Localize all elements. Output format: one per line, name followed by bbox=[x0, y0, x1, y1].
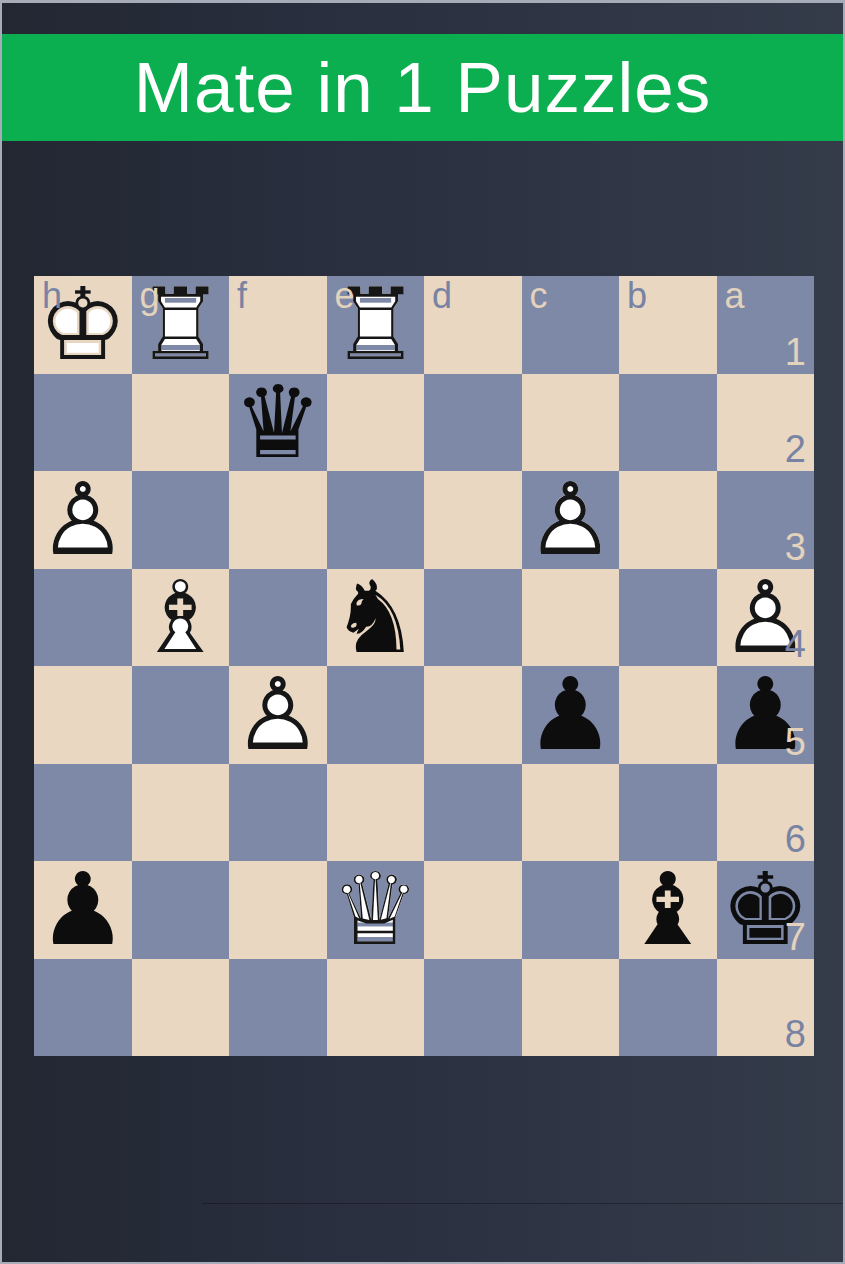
rank-label-3: 3 bbox=[785, 528, 806, 568]
square-e5[interactable] bbox=[327, 666, 425, 764]
square-f7[interactable] bbox=[229, 861, 327, 959]
square-c2[interactable] bbox=[522, 374, 620, 472]
white-pawn-piece-fill: ♟ bbox=[522, 471, 620, 569]
square-b6[interactable] bbox=[619, 764, 717, 862]
square-e3[interactable] bbox=[327, 471, 425, 569]
square-h1[interactable]: ♚♔h bbox=[34, 276, 132, 374]
rank-label-7: 7 bbox=[785, 918, 806, 958]
square-c6[interactable] bbox=[522, 764, 620, 862]
square-a4[interactable]: ♟♙4 bbox=[717, 569, 815, 667]
square-a5[interactable]: ♟5 bbox=[717, 666, 815, 764]
square-a3[interactable]: 3 bbox=[717, 471, 815, 569]
black-queen-piece: ♛ bbox=[229, 374, 327, 472]
square-b8[interactable] bbox=[619, 959, 717, 1057]
black-bishop-piece: ♝ bbox=[619, 861, 717, 959]
square-h3[interactable]: ♟♙ bbox=[34, 471, 132, 569]
rank-label-8: 8 bbox=[785, 1015, 806, 1055]
rank-label-2: 2 bbox=[785, 430, 806, 470]
square-f8[interactable] bbox=[229, 959, 327, 1057]
square-a6[interactable]: 6 bbox=[717, 764, 815, 862]
square-h4[interactable] bbox=[34, 569, 132, 667]
square-b2[interactable] bbox=[619, 374, 717, 472]
square-a7[interactable]: ♚7 bbox=[717, 861, 815, 959]
square-e6[interactable] bbox=[327, 764, 425, 862]
square-d7[interactable] bbox=[424, 861, 522, 959]
rank-label-5: 5 bbox=[785, 723, 806, 763]
square-d4[interactable] bbox=[424, 569, 522, 667]
square-f6[interactable] bbox=[229, 764, 327, 862]
square-c3[interactable]: ♟♙ bbox=[522, 471, 620, 569]
footer-divider bbox=[202, 1203, 843, 1204]
square-e7[interactable]: ♛♕ bbox=[327, 861, 425, 959]
square-g3[interactable] bbox=[132, 471, 230, 569]
square-g2[interactable] bbox=[132, 374, 230, 472]
square-g7[interactable] bbox=[132, 861, 230, 959]
square-f1[interactable]: f bbox=[229, 276, 327, 374]
white-pawn-piece-fill: ♟ bbox=[229, 666, 327, 764]
white-bishop-piece: ♗ bbox=[132, 569, 230, 667]
file-label-f: f bbox=[237, 277, 247, 315]
app-screen: Mate in 1 Puzzles ♚♔h♜♖gf♜♖edcba1♛2♟♙♟♙3… bbox=[0, 0, 845, 1264]
square-f4[interactable] bbox=[229, 569, 327, 667]
square-c8[interactable] bbox=[522, 959, 620, 1057]
square-f5[interactable]: ♟♙ bbox=[229, 666, 327, 764]
square-a2[interactable]: 2 bbox=[717, 374, 815, 472]
square-h6[interactable] bbox=[34, 764, 132, 862]
file-label-g: g bbox=[140, 277, 160, 315]
square-e2[interactable] bbox=[327, 374, 425, 472]
white-queen-piece: ♕ bbox=[327, 861, 425, 959]
rank-label-1: 1 bbox=[785, 333, 806, 373]
square-h7[interactable]: ♟ bbox=[34, 861, 132, 959]
square-c1[interactable]: c bbox=[522, 276, 620, 374]
square-g1[interactable]: ♜♖g bbox=[132, 276, 230, 374]
file-label-h: h bbox=[42, 277, 62, 315]
white-bishop-piece-fill: ♝ bbox=[132, 569, 230, 667]
square-b1[interactable]: b bbox=[619, 276, 717, 374]
square-f2[interactable]: ♛ bbox=[229, 374, 327, 472]
black-pawn-piece: ♟ bbox=[34, 861, 132, 959]
square-d6[interactable] bbox=[424, 764, 522, 862]
white-pawn-piece-fill: ♟ bbox=[34, 471, 132, 569]
rank-label-6: 6 bbox=[785, 820, 806, 860]
square-g4[interactable]: ♝♗ bbox=[132, 569, 230, 667]
page-title: Mate in 1 Puzzles bbox=[134, 47, 711, 128]
black-knight-piece: ♞ bbox=[327, 569, 425, 667]
file-label-b: b bbox=[627, 277, 647, 315]
file-label-a: a bbox=[725, 277, 745, 315]
square-b4[interactable] bbox=[619, 569, 717, 667]
square-a8[interactable]: 8 bbox=[717, 959, 815, 1057]
white-pawn-piece: ♙ bbox=[522, 471, 620, 569]
square-h2[interactable] bbox=[34, 374, 132, 472]
square-c4[interactable] bbox=[522, 569, 620, 667]
square-b5[interactable] bbox=[619, 666, 717, 764]
black-pawn-piece: ♟ bbox=[522, 666, 620, 764]
square-d5[interactable] bbox=[424, 666, 522, 764]
square-e1[interactable]: ♜♖e bbox=[327, 276, 425, 374]
square-d8[interactable] bbox=[424, 959, 522, 1057]
square-g8[interactable] bbox=[132, 959, 230, 1057]
square-a1[interactable]: a1 bbox=[717, 276, 815, 374]
square-h8[interactable] bbox=[34, 959, 132, 1057]
rank-label-4: 4 bbox=[785, 625, 806, 665]
white-queen-piece-fill: ♛ bbox=[327, 861, 425, 959]
square-c5[interactable]: ♟ bbox=[522, 666, 620, 764]
square-d3[interactable] bbox=[424, 471, 522, 569]
square-c7[interactable] bbox=[522, 861, 620, 959]
square-g5[interactable] bbox=[132, 666, 230, 764]
square-f3[interactable] bbox=[229, 471, 327, 569]
square-d1[interactable]: d bbox=[424, 276, 522, 374]
file-label-d: d bbox=[432, 277, 452, 315]
square-b7[interactable]: ♝ bbox=[619, 861, 717, 959]
square-b3[interactable] bbox=[619, 471, 717, 569]
white-pawn-piece: ♙ bbox=[34, 471, 132, 569]
chess-board: ♚♔h♜♖gf♜♖edcba1♛2♟♙♟♙3♝♗♞♟♙4♟♙♟♟56♟♛♕♝♚7… bbox=[34, 276, 814, 1056]
square-e4[interactable]: ♞ bbox=[327, 569, 425, 667]
square-g6[interactable] bbox=[132, 764, 230, 862]
square-h5[interactable] bbox=[34, 666, 132, 764]
square-e8[interactable] bbox=[327, 959, 425, 1057]
title-banner: Mate in 1 Puzzles bbox=[2, 34, 843, 141]
square-d2[interactable] bbox=[424, 374, 522, 472]
white-pawn-piece: ♙ bbox=[229, 666, 327, 764]
file-label-c: c bbox=[530, 277, 548, 315]
file-label-e: e bbox=[335, 277, 355, 315]
